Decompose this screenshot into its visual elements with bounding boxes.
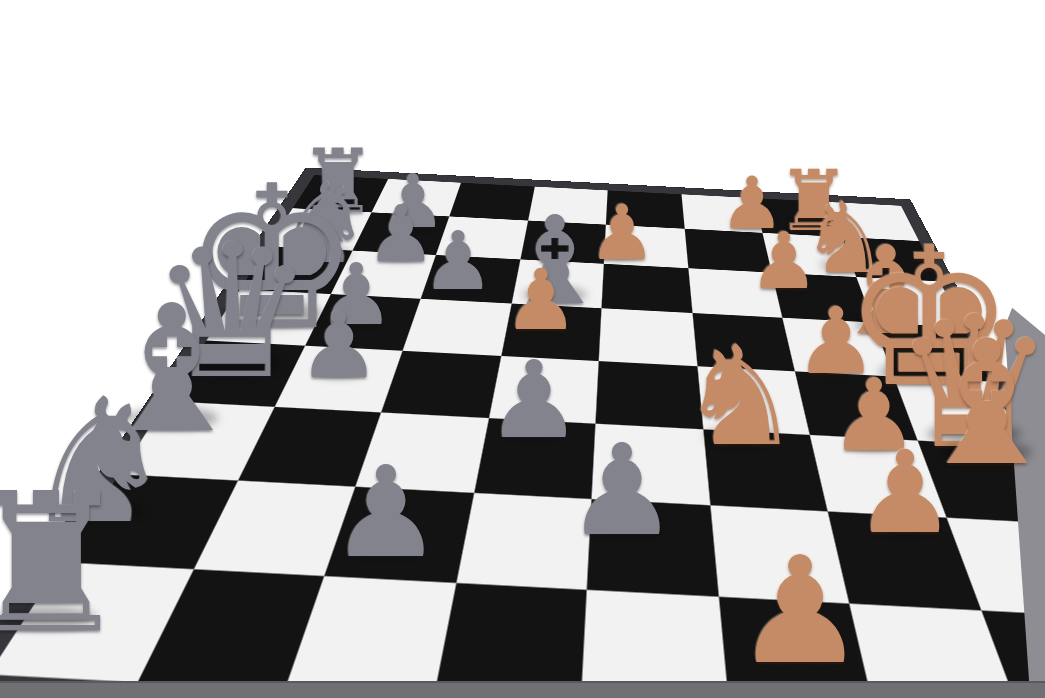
white-pawn-b3[interactable]: ♟ <box>726 537 874 685</box>
black-pawn-c6[interactable]: ♟ <box>323 450 449 576</box>
chess-scene: ♜♞♟♟♟♚♟♝♛♟♝♟♞♟♟♜♜♟♟♞♟♟♝♟♚♞♛♟♝♟♟ <box>0 0 1045 698</box>
black-pawn-d5[interactable]: ♟ <box>559 428 685 554</box>
white-knight-e4[interactable]: ♞ <box>671 328 809 466</box>
white-pawn-f5[interactable]: ♟ <box>499 258 583 342</box>
black-rook-a8[interactable]: ♜ <box>0 468 142 660</box>
black-pawn-g6[interactable]: ♟ <box>418 221 499 302</box>
black-pawn-e7[interactable]: ♟ <box>293 300 385 392</box>
board-bottom-rail <box>0 681 1045 698</box>
